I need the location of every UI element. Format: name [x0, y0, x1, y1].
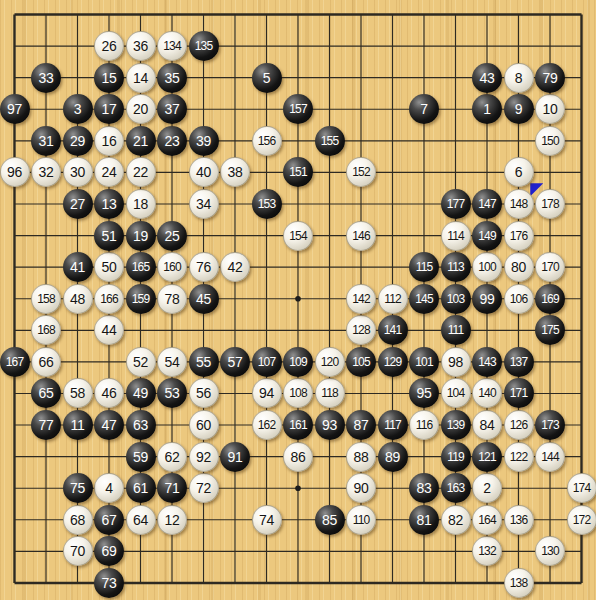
board-cell: 46	[93, 378, 125, 410]
stone-move-number: 154	[289, 230, 306, 242]
stone-black-129: 129	[378, 347, 408, 377]
board-cell: 55	[188, 346, 220, 378]
stone-white-8: 8	[504, 63, 534, 93]
stone-move-number: 40	[196, 165, 211, 179]
stone-white-150: 150	[535, 126, 565, 156]
board-cell: 99	[471, 283, 503, 315]
board-cell: 95	[408, 378, 440, 410]
stone-move-number: 128	[352, 324, 369, 336]
stone-white-120: 120	[315, 347, 345, 377]
stone-black-75: 75	[63, 473, 93, 503]
stone-black-83: 83	[409, 473, 439, 503]
board-cell: 132	[471, 536, 503, 568]
stone-black-147: 147	[472, 189, 502, 219]
stone-white-138: 138	[504, 568, 534, 598]
stone-white-32: 32	[31, 157, 61, 187]
board-cell: 40	[188, 157, 220, 189]
board-cell: 165	[125, 251, 157, 283]
board-cell: 15	[93, 62, 125, 94]
stone-move-number: 74	[259, 513, 274, 527]
stone-black-143: 143	[472, 347, 502, 377]
stone-black-27: 27	[63, 189, 93, 219]
stone-white-154: 154	[283, 221, 313, 251]
stone-black-53: 53	[157, 378, 187, 408]
stone-white-54: 54	[157, 347, 187, 377]
board-cell: 23	[156, 125, 188, 157]
stone-move-number: 11	[71, 418, 85, 432]
stone-move-number: 117	[384, 419, 400, 431]
stone-move-number: 112	[384, 293, 400, 305]
stone-white-68: 68	[63, 505, 93, 535]
stone-white-52: 52	[126, 347, 156, 377]
stone-move-number: 5	[263, 71, 271, 85]
board-cell: 108	[282, 378, 314, 410]
stone-move-number: 24	[102, 165, 117, 179]
stone-move-number: 142	[352, 293, 369, 305]
board-cell: 71	[156, 472, 188, 504]
stone-move-number: 106	[510, 293, 527, 305]
stone-black-25: 25	[157, 221, 187, 251]
board-cell: 18	[125, 188, 157, 220]
stone-move-number: 51	[102, 229, 117, 243]
board-cell: 78	[156, 283, 188, 315]
board-cell: 162	[251, 409, 283, 441]
board-cell: 22	[125, 157, 157, 189]
stone-move-number: 82	[448, 513, 463, 527]
board-cell: 54	[156, 346, 188, 378]
stone-black-69: 69	[94, 536, 124, 566]
stone-move-number: 25	[165, 229, 180, 243]
stone-move-number: 30	[70, 165, 85, 179]
stone-move-number: 121	[478, 451, 495, 463]
board-cell: 91	[219, 441, 251, 473]
stone-black-121: 121	[472, 442, 502, 472]
stone-move-number: 177	[447, 198, 464, 210]
board-cell: 4	[93, 472, 125, 504]
stone-black-135: 135	[189, 31, 219, 61]
stone-move-number: 88	[354, 450, 369, 464]
board-cell: 111	[440, 315, 472, 347]
stone-move-number: 53	[165, 386, 180, 400]
stone-move-number: 159	[132, 293, 149, 305]
board-cell: 61	[125, 472, 157, 504]
stone-move-number: 165	[132, 261, 149, 273]
stone-white-166: 166	[94, 284, 124, 314]
stone-move-number: 36	[133, 39, 148, 53]
stone-black-101: 101	[409, 347, 439, 377]
stone-move-number: 156	[258, 135, 275, 147]
stone-white-84: 84	[472, 410, 502, 440]
stone-move-number: 148	[510, 198, 527, 210]
stone-move-number: 64	[133, 513, 148, 527]
stone-black-81: 81	[409, 505, 439, 535]
stone-white-20: 20	[126, 94, 156, 124]
board-cell: 113	[440, 251, 472, 283]
board-cell: 166	[93, 283, 125, 315]
board-cell: 150	[534, 125, 566, 157]
board-cell: 169	[534, 283, 566, 315]
board-cell: 38	[219, 157, 251, 189]
stone-move-number: 108	[289, 387, 306, 399]
stone-black-19: 19	[126, 221, 156, 251]
stone-move-number: 161	[289, 419, 306, 431]
stone-white-78: 78	[157, 284, 187, 314]
stone-move-number: 153	[258, 198, 275, 210]
board-cell: 120	[314, 346, 346, 378]
stone-move-number: 46	[102, 386, 117, 400]
board-cell: 172	[566, 504, 596, 536]
stone-white-162: 162	[252, 410, 282, 440]
stone-move-number: 138	[510, 577, 527, 589]
stone-white-100: 100	[472, 252, 502, 282]
stone-move-number: 44	[102, 323, 117, 337]
stone-black-173: 173	[535, 410, 565, 440]
stone-black-21: 21	[126, 126, 156, 156]
stone-move-number: 78	[165, 292, 180, 306]
stone-black-59: 59	[126, 442, 156, 472]
board-cell: 105	[345, 346, 377, 378]
board-cell: 86	[282, 441, 314, 473]
stone-move-number: 162	[258, 419, 275, 431]
stone-move-number: 41	[70, 260, 85, 274]
stone-move-number: 96	[7, 165, 22, 179]
stone-move-number: 18	[133, 197, 148, 211]
stone-white-40: 40	[189, 157, 219, 187]
board-cell: 51	[93, 220, 125, 252]
board-cell: 76	[188, 251, 220, 283]
stone-white-174: 174	[567, 473, 596, 503]
board-cell: 16	[93, 125, 125, 157]
stone-black-17: 17	[94, 94, 124, 124]
stone-white-98: 98	[441, 347, 471, 377]
board-cell: 69	[93, 536, 125, 568]
stone-move-number: 94	[259, 386, 274, 400]
board-cell: 1	[471, 93, 503, 125]
stone-white-144: 144	[535, 442, 565, 472]
stone-move-number: 61	[133, 481, 148, 495]
board-cell: 163	[440, 472, 472, 504]
board-cell: 82	[440, 504, 472, 536]
board-cell: 137	[503, 346, 535, 378]
stone-black-161: 161	[283, 410, 313, 440]
stone-move-number: 29	[70, 134, 85, 148]
stone-move-number: 122	[510, 451, 527, 463]
stone-move-number: 12	[165, 513, 180, 527]
board-cell: 64	[125, 504, 157, 536]
stone-black-63: 63	[126, 410, 156, 440]
stone-black-175: 175	[535, 315, 565, 345]
board-cell: 68	[62, 504, 94, 536]
stone-move-number: 103	[447, 293, 464, 305]
stone-move-number: 176	[510, 230, 527, 242]
board-cell: 2	[471, 472, 503, 504]
stone-black-77: 77	[31, 410, 61, 440]
stone-white-12: 12	[157, 505, 187, 535]
stone-white-108: 108	[283, 378, 313, 408]
stone-white-4: 4	[94, 473, 124, 503]
stone-move-number: 59	[133, 450, 148, 464]
board-cell: 106	[503, 283, 535, 315]
stone-move-number: 37	[165, 102, 180, 116]
stone-black-111: 111	[441, 315, 471, 345]
stone-move-number: 87	[354, 418, 369, 432]
board-cell: 177	[440, 188, 472, 220]
stone-move-number: 49	[133, 386, 148, 400]
board-cell: 178	[534, 188, 566, 220]
board-cell: 32	[30, 157, 62, 189]
stone-black-73: 73	[94, 568, 124, 598]
stone-white-74: 74	[252, 505, 282, 535]
board-cell: 171	[503, 378, 535, 410]
stone-move-number: 110	[353, 514, 369, 526]
board-cell: 70	[62, 536, 94, 568]
stone-white-148: 148	[504, 189, 534, 219]
stone-move-number: 15	[102, 71, 117, 85]
stone-move-number: 163	[447, 482, 464, 494]
board-cell: 159	[125, 283, 157, 315]
stone-move-number: 56	[196, 386, 211, 400]
stone-move-number: 178	[541, 198, 558, 210]
stone-move-number: 71	[165, 481, 180, 495]
stone-white-64: 64	[126, 505, 156, 535]
stone-move-number: 98	[448, 355, 463, 369]
stone-white-82: 82	[441, 505, 471, 535]
stone-move-number: 146	[352, 230, 369, 242]
stone-move-number: 73	[102, 576, 117, 590]
board-cell: 26	[93, 30, 125, 62]
board-cell: 167	[0, 346, 30, 378]
stone-white-22: 22	[126, 157, 156, 187]
stone-move-number: 150	[541, 135, 558, 147]
board-cell: 62	[156, 441, 188, 473]
stone-white-178: 178	[535, 189, 565, 219]
stone-move-number: 65	[39, 386, 54, 400]
stone-move-number: 54	[165, 355, 180, 369]
stone-white-136: 136	[504, 505, 534, 535]
stone-black-87: 87	[346, 410, 376, 440]
board-cell: 101	[408, 346, 440, 378]
board-cell: 63	[125, 409, 157, 441]
stone-black-37: 37	[157, 94, 187, 124]
board-cell: 27	[62, 188, 94, 220]
board-cell: 175	[534, 315, 566, 347]
stone-move-number: 90	[354, 481, 369, 495]
stone-white-106: 106	[504, 284, 534, 314]
stone-white-62: 62	[157, 442, 187, 472]
board-cell: 6	[503, 157, 535, 189]
stone-move-number: 145	[415, 293, 432, 305]
stone-black-99: 99	[472, 284, 502, 314]
stone-black-105: 105	[346, 347, 376, 377]
stone-move-number: 57	[228, 355, 243, 369]
stone-move-number: 60	[196, 418, 211, 432]
stone-move-number: 38	[228, 165, 243, 179]
board-cell: 143	[471, 346, 503, 378]
board-cell: 110	[345, 504, 377, 536]
stone-white-168: 168	[31, 315, 61, 345]
stones-layer: 1234567891011121314151617181920212223242…	[0, 0, 596, 599]
stone-move-number: 175	[541, 324, 558, 336]
stone-move-number: 168	[37, 324, 54, 336]
stone-move-number: 32	[39, 165, 54, 179]
stone-black-5: 5	[252, 63, 282, 93]
stone-move-number: 72	[196, 481, 211, 495]
board-cell: 88	[345, 441, 377, 473]
board-cell: 104	[440, 378, 472, 410]
stone-move-number: 135	[195, 40, 212, 52]
stone-move-number: 22	[133, 165, 148, 179]
stone-black-57: 57	[220, 347, 250, 377]
board-cell: 60	[188, 409, 220, 441]
stone-move-number: 160	[163, 261, 180, 273]
board-cell: 45	[188, 283, 220, 315]
stone-black-163: 163	[441, 473, 471, 503]
stone-move-number: 158	[37, 293, 54, 305]
stone-move-number: 143	[478, 356, 495, 368]
stone-black-61: 61	[126, 473, 156, 503]
board-cell: 49	[125, 378, 157, 410]
stone-move-number: 67	[102, 513, 117, 527]
board-cell: 157	[282, 93, 314, 125]
stone-move-number: 134	[163, 40, 180, 52]
stone-move-number: 147	[478, 198, 495, 210]
stone-black-51: 51	[94, 221, 124, 251]
stone-white-128: 128	[346, 315, 376, 345]
stone-move-number: 93	[322, 418, 337, 432]
stone-white-132: 132	[472, 536, 502, 566]
board-cell: 164	[471, 504, 503, 536]
board-cell: 7	[408, 93, 440, 125]
stone-black-71: 71	[157, 473, 187, 503]
stone-move-number: 69	[102, 544, 117, 558]
stone-white-86: 86	[283, 442, 313, 472]
stone-move-number: 97	[7, 102, 22, 116]
stone-move-number: 27	[70, 197, 85, 211]
board-cell: 160	[156, 251, 188, 283]
board-cell: 158	[30, 283, 62, 315]
stone-black-141: 141	[378, 315, 408, 345]
stone-black-29: 29	[63, 126, 93, 156]
stone-move-number: 99	[480, 292, 495, 306]
stone-white-134: 134	[157, 31, 187, 61]
stone-white-110: 110	[346, 505, 376, 535]
board-cell: 41	[62, 251, 94, 283]
stone-move-number: 132	[478, 545, 495, 557]
stone-white-122: 122	[504, 442, 534, 472]
stone-move-number: 2	[483, 481, 491, 495]
stone-black-103: 103	[441, 284, 471, 314]
stone-black-119: 119	[441, 442, 471, 472]
stone-move-number: 104	[447, 387, 464, 399]
board-cell: 153	[251, 188, 283, 220]
stone-white-170: 170	[535, 252, 565, 282]
stone-move-number: 95	[417, 386, 432, 400]
stone-white-76: 76	[189, 252, 219, 282]
stone-move-number: 129	[384, 356, 401, 368]
stone-move-number: 139	[447, 419, 464, 431]
stone-move-number: 137	[510, 356, 527, 368]
stone-move-number: 89	[385, 450, 400, 464]
stone-black-171: 171	[504, 378, 534, 408]
stone-move-number: 164	[478, 514, 495, 526]
stone-move-number: 166	[100, 293, 117, 305]
stone-white-72: 72	[189, 473, 219, 503]
board-cell: 109	[282, 346, 314, 378]
stone-move-number: 8	[515, 71, 523, 85]
stone-move-number: 23	[165, 134, 180, 148]
stone-white-126: 126	[504, 410, 534, 440]
stone-move-number: 115	[416, 261, 432, 273]
stone-move-number: 62	[165, 450, 180, 464]
stone-black-95: 95	[409, 378, 439, 408]
board-cell: 34	[188, 188, 220, 220]
board-cell: 79	[534, 62, 566, 94]
stone-black-155: 155	[315, 126, 345, 156]
board-cell: 118	[314, 378, 346, 410]
stone-move-number: 20	[133, 102, 148, 116]
stone-move-number: 75	[70, 481, 85, 495]
board-cell: 116	[408, 409, 440, 441]
board-cell: 126	[503, 409, 535, 441]
board-cell: 145	[408, 283, 440, 315]
board-cell: 83	[408, 472, 440, 504]
board-cell: 73	[93, 567, 125, 599]
stone-white-66: 66	[31, 347, 61, 377]
stone-black-13: 13	[94, 189, 124, 219]
board-cell: 140	[471, 378, 503, 410]
stone-black-117: 117	[378, 410, 408, 440]
board-cell: 142	[345, 283, 377, 315]
board-cell: 98	[440, 346, 472, 378]
board-cell: 3	[62, 93, 94, 125]
stone-black-97: 97	[0, 94, 30, 124]
board-cell: 9	[503, 93, 535, 125]
stone-move-number: 140	[478, 387, 495, 399]
board-cell: 94	[251, 378, 283, 410]
stone-white-96: 96	[0, 157, 30, 187]
go-board[interactable]: 1234567891011121314151617181920212223242…	[0, 0, 596, 600]
stone-move-number: 16	[102, 134, 117, 148]
board-cell: 155	[314, 125, 346, 157]
stone-move-number: 33	[39, 71, 54, 85]
stone-move-number: 58	[70, 386, 85, 400]
stone-black-43: 43	[472, 63, 502, 93]
board-cell: 122	[503, 441, 535, 473]
stone-move-number: 114	[447, 230, 463, 242]
stone-move-number: 68	[70, 513, 85, 527]
stone-move-number: 120	[321, 356, 338, 368]
stone-white-112: 112	[378, 284, 408, 314]
board-cell: 112	[377, 283, 409, 315]
board-cell: 8	[503, 62, 535, 94]
board-cell: 80	[503, 251, 535, 283]
stone-black-49: 49	[126, 378, 156, 408]
stone-white-80: 80	[504, 252, 534, 282]
board-cell: 56	[188, 378, 220, 410]
stone-move-number: 50	[102, 260, 117, 274]
board-cell: 65	[30, 378, 62, 410]
stone-move-number: 26	[102, 39, 117, 53]
stone-white-88: 88	[346, 442, 376, 472]
stone-move-number: 144	[541, 451, 558, 463]
stone-black-107: 107	[252, 347, 282, 377]
stone-white-46: 46	[94, 378, 124, 408]
stone-move-number: 10	[543, 102, 558, 116]
board-cell: 87	[345, 409, 377, 441]
stone-move-number: 101	[415, 356, 432, 368]
stone-black-67: 67	[94, 505, 124, 535]
stone-move-number: 7	[420, 102, 428, 116]
